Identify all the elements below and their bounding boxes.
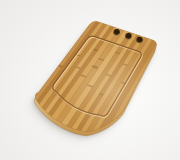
cutting-board-scene bbox=[0, 0, 180, 160]
product-photo bbox=[0, 0, 180, 160]
